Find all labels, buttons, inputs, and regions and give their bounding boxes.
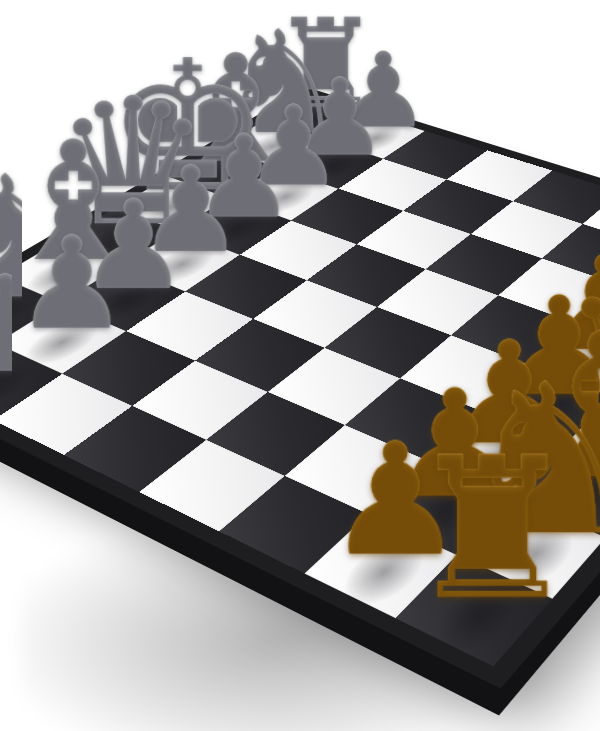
square-d5[interactable] bbox=[253, 280, 377, 348]
chess-scene: ♜♞♝♛♚♝♞♜♟♟♟♟♟♟♟♟♟♟♟♟♟♟♟♟♜♞♝♛♚♝♞♜ bbox=[0, 0, 600, 731]
piece-gold-rook-a1[interactable]: ♜ bbox=[405, 442, 580, 617]
piece-silver-pawn-a7[interactable]: ♟ bbox=[0, 265, 65, 385]
